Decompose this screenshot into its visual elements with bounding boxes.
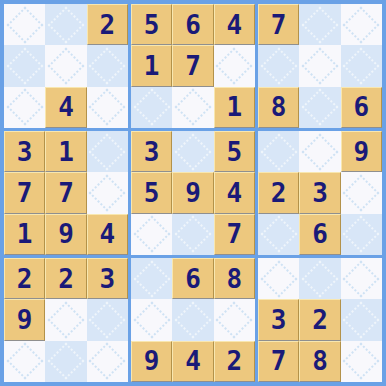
given-digit: 7: [226, 221, 242, 247]
diamond-mark: [48, 343, 85, 380]
given-digit: 2: [58, 266, 74, 292]
cell-r8c3[interactable]: [87, 299, 128, 340]
given-digit: 6: [185, 266, 201, 292]
cell-r2c4: 1: [131, 45, 172, 86]
cell-r4c8[interactable]: [299, 131, 340, 172]
given-digit: 8: [226, 266, 242, 292]
diamond-mark: [302, 260, 339, 297]
cell-r3c2: 4: [45, 87, 86, 128]
cell-r5c1: 7: [4, 172, 45, 213]
cell-r9c5: 4: [172, 341, 213, 382]
cell-r7c6: 8: [214, 258, 255, 299]
given-digit: 8: [271, 94, 287, 120]
cell-r8c6[interactable]: [214, 299, 255, 340]
diamond-mark: [343, 175, 380, 212]
given-digit: 2: [312, 307, 328, 333]
cell-r1c1[interactable]: [4, 4, 45, 45]
box-r2c1: 3177194: [4, 131, 128, 255]
diamond-mark: [343, 343, 380, 380]
cell-r8c4[interactable]: [131, 299, 172, 340]
cell-r3c1[interactable]: [4, 87, 45, 128]
cell-r2c1[interactable]: [4, 45, 45, 86]
given-digit: 1: [144, 53, 160, 79]
diamond-mark: [48, 6, 85, 43]
diamond-mark: [260, 48, 297, 85]
cell-r5c8: 3: [299, 172, 340, 213]
cell-r1c7: 7: [258, 4, 299, 45]
given-digit: 8: [312, 348, 328, 374]
cell-r2c3[interactable]: [87, 45, 128, 86]
diamond-mark: [343, 6, 380, 43]
cell-r6c3: 4: [87, 214, 128, 255]
diamond-mark: [302, 89, 339, 126]
box-r3c2: 68942: [131, 258, 255, 382]
diamond-mark: [302, 133, 339, 170]
box-r2c3: 9236: [258, 131, 382, 255]
cell-r5c2: 7: [45, 172, 86, 213]
cell-r3c4[interactable]: [131, 87, 172, 128]
cell-r2c6[interactable]: [214, 45, 255, 86]
cell-r3c9: 6: [341, 87, 382, 128]
given-digit: 7: [271, 12, 287, 38]
diamond-mark: [48, 302, 85, 339]
given-digit: 3: [17, 139, 33, 165]
diamond-mark: [89, 48, 126, 85]
diamond-mark: [260, 216, 297, 253]
diamond-mark: [133, 89, 170, 126]
diamond-mark: [343, 260, 380, 297]
diamond-mark: [175, 133, 212, 170]
cell-r7c9[interactable]: [341, 258, 382, 299]
cell-r4c7[interactable]: [258, 131, 299, 172]
cell-r4c1: 3: [4, 131, 45, 172]
cell-r8c1: 9: [4, 299, 45, 340]
cell-r1c4: 5: [131, 4, 172, 45]
given-digit: 4: [99, 221, 115, 247]
given-digit: 9: [144, 348, 160, 374]
box-r1c3: 786: [258, 4, 382, 128]
cell-r1c2[interactable]: [45, 4, 86, 45]
given-digit: 2: [17, 266, 33, 292]
given-digit: 5: [144, 180, 160, 206]
cell-r4c3[interactable]: [87, 131, 128, 172]
cell-r4c2: 1: [45, 131, 86, 172]
cell-r7c3: 3: [87, 258, 128, 299]
cell-r7c8[interactable]: [299, 258, 340, 299]
cell-r6c8: 6: [299, 214, 340, 255]
cell-r7c5: 6: [172, 258, 213, 299]
cell-r1c5: 6: [172, 4, 213, 45]
given-digit: 3: [99, 266, 115, 292]
cell-r5c9[interactable]: [341, 172, 382, 213]
cell-r9c6: 2: [214, 341, 255, 382]
given-digit: 6: [353, 94, 369, 120]
given-digit: 3: [271, 307, 287, 333]
diamond-mark: [133, 260, 170, 297]
cell-r5c5: 9: [172, 172, 213, 213]
diamond-mark: [343, 302, 380, 339]
box-r3c1: 2239: [4, 258, 128, 382]
cell-r2c9[interactable]: [341, 45, 382, 86]
diamond-mark: [175, 89, 212, 126]
cell-r4c5[interactable]: [172, 131, 213, 172]
cell-r4c9: 9: [341, 131, 382, 172]
cell-r3c5[interactable]: [172, 87, 213, 128]
given-digit: 9: [58, 221, 74, 247]
diamond-mark: [48, 48, 85, 85]
cell-r5c7: 2: [258, 172, 299, 213]
cell-r3c7: 8: [258, 87, 299, 128]
cell-r1c9[interactable]: [341, 4, 382, 45]
cell-r3c3[interactable]: [87, 87, 128, 128]
given-digit: 4: [185, 348, 201, 374]
cell-r1c8[interactable]: [299, 4, 340, 45]
given-digit: 2: [226, 348, 242, 374]
diamond-mark: [343, 216, 380, 253]
diamond-mark: [260, 133, 297, 170]
cell-r9c8: 8: [299, 341, 340, 382]
cell-r2c7[interactable]: [258, 45, 299, 86]
diamond-mark: [302, 48, 339, 85]
diamond-mark: [133, 216, 170, 253]
cell-r6c9[interactable]: [341, 214, 382, 255]
diamond-mark: [89, 343, 126, 380]
cell-r1c3: 2: [87, 4, 128, 45]
cell-r6c7[interactable]: [258, 214, 299, 255]
box-r1c2: 564171: [131, 4, 255, 128]
diamond-mark: [175, 216, 212, 253]
cell-r5c6: 4: [214, 172, 255, 213]
cell-r9c2[interactable]: [45, 341, 86, 382]
cell-r8c7: 3: [258, 299, 299, 340]
diamond-mark: [89, 175, 126, 212]
cell-r9c4: 9: [131, 341, 172, 382]
cell-r2c2[interactable]: [45, 45, 86, 86]
diamond-mark: [302, 6, 339, 43]
cell-r3c6: 1: [214, 87, 255, 128]
diamond-mark: [260, 260, 297, 297]
diamond-mark: [89, 302, 126, 339]
cell-r5c4: 5: [131, 172, 172, 213]
cell-r4c4: 3: [131, 131, 172, 172]
box-r2c2: 355947: [131, 131, 255, 255]
cell-r2c8[interactable]: [299, 45, 340, 86]
cell-r6c6: 7: [214, 214, 255, 255]
cell-r6c1: 1: [4, 214, 45, 255]
given-digit: 9: [17, 307, 33, 333]
given-digit: 5: [144, 12, 160, 38]
diamond-mark: [89, 89, 126, 126]
cell-r2c5: 7: [172, 45, 213, 86]
cell-r9c9[interactable]: [341, 341, 382, 382]
given-digit: 3: [312, 180, 328, 206]
cell-r8c5[interactable]: [172, 299, 213, 340]
given-digit: 9: [185, 180, 201, 206]
given-digit: 9: [353, 139, 369, 165]
sudoku-board: 2456417178631771943559479236223968942327…: [0, 0, 386, 386]
cell-r7c1: 2: [4, 258, 45, 299]
given-digit: 1: [226, 94, 242, 120]
given-digit: 6: [185, 12, 201, 38]
cell-r6c5[interactable]: [172, 214, 213, 255]
diamond-mark: [6, 89, 43, 126]
diamond-mark: [6, 343, 43, 380]
cell-r1c6: 4: [214, 4, 255, 45]
given-digit: 7: [185, 53, 201, 79]
diamond-mark: [6, 6, 43, 43]
given-digit: 4: [58, 94, 74, 120]
cell-r8c8: 2: [299, 299, 340, 340]
given-digit: 5: [226, 139, 242, 165]
diamond-mark: [216, 48, 253, 85]
cell-r6c4[interactable]: [131, 214, 172, 255]
diamond-mark: [216, 302, 253, 339]
cell-r7c2: 2: [45, 258, 86, 299]
given-digit: 7: [271, 348, 287, 374]
given-digit: 7: [58, 180, 74, 206]
cell-r8c2[interactable]: [45, 299, 86, 340]
box-r1c1: 24: [4, 4, 128, 128]
cell-r6c2: 9: [45, 214, 86, 255]
cell-r4c6: 5: [214, 131, 255, 172]
given-digit: 7: [17, 180, 33, 206]
cell-r5c3[interactable]: [87, 172, 128, 213]
given-digit: 6: [312, 221, 328, 247]
cell-r9c3[interactable]: [87, 341, 128, 382]
cell-r7c4[interactable]: [131, 258, 172, 299]
given-digit: 4: [226, 12, 242, 38]
given-digit: 1: [58, 139, 74, 165]
cell-r8c9[interactable]: [341, 299, 382, 340]
diamond-mark: [133, 302, 170, 339]
box-r3c3: 3278: [258, 258, 382, 382]
given-digit: 2: [99, 12, 115, 38]
cell-r9c7: 7: [258, 341, 299, 382]
diamond-mark: [175, 302, 212, 339]
given-digit: 1: [17, 221, 33, 247]
cell-r3c8[interactable]: [299, 87, 340, 128]
diamond-mark: [89, 133, 126, 170]
given-digit: 3: [144, 139, 160, 165]
cell-r7c7[interactable]: [258, 258, 299, 299]
diamond-mark: [6, 48, 43, 85]
given-digit: 4: [226, 180, 242, 206]
cell-r9c1[interactable]: [4, 341, 45, 382]
diamond-mark: [343, 48, 380, 85]
given-digit: 2: [271, 180, 287, 206]
